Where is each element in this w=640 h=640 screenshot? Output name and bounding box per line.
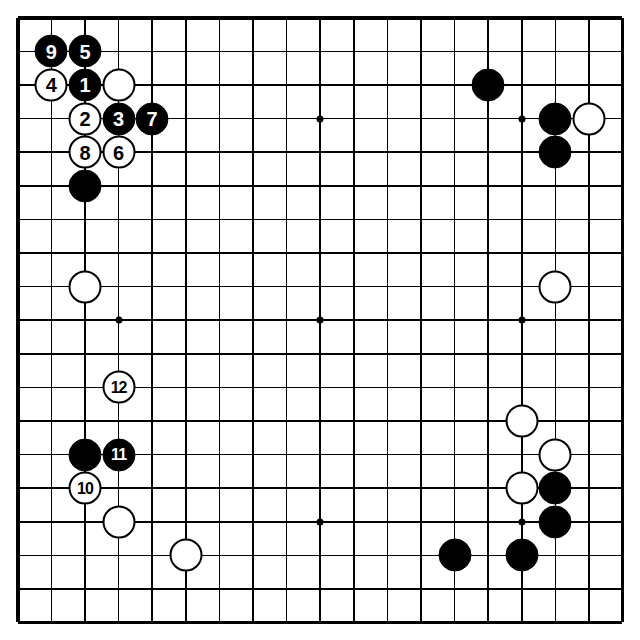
intersection	[572, 270, 606, 304]
intersection	[236, 102, 270, 136]
intersection: 9	[35, 35, 69, 69]
intersection	[35, 572, 69, 606]
intersection	[1, 270, 35, 304]
intersection	[169, 35, 203, 69]
intersection	[572, 203, 606, 237]
star-point	[518, 518, 525, 525]
intersection	[135, 236, 169, 270]
intersection	[203, 270, 237, 304]
intersection	[539, 572, 573, 606]
intersection	[606, 606, 640, 640]
intersection	[169, 404, 203, 438]
intersection	[572, 135, 606, 169]
star-point	[518, 115, 525, 122]
intersection	[371, 203, 405, 237]
intersection	[404, 169, 438, 203]
intersection	[606, 236, 640, 270]
intersection	[505, 68, 539, 102]
intersection	[438, 203, 472, 237]
intersection	[303, 270, 337, 304]
intersection	[371, 68, 405, 102]
intersection	[270, 203, 304, 237]
intersection	[572, 539, 606, 573]
intersection	[102, 169, 136, 203]
intersection	[303, 1, 337, 35]
intersection	[572, 35, 606, 69]
intersection	[371, 505, 405, 539]
intersection	[371, 371, 405, 405]
intersection	[102, 35, 136, 69]
intersection: 6	[102, 135, 136, 169]
intersection	[203, 471, 237, 505]
intersection	[371, 438, 405, 472]
intersection	[471, 102, 505, 136]
intersection	[572, 404, 606, 438]
intersection	[371, 337, 405, 371]
intersection	[337, 303, 371, 337]
intersection	[68, 1, 102, 35]
intersection	[337, 438, 371, 472]
intersection	[438, 35, 472, 69]
intersection	[337, 505, 371, 539]
intersection	[539, 438, 573, 472]
intersection	[505, 169, 539, 203]
intersection	[471, 135, 505, 169]
intersection	[169, 68, 203, 102]
intersection	[203, 539, 237, 573]
intersection	[203, 135, 237, 169]
intersection	[539, 539, 573, 573]
intersection	[404, 505, 438, 539]
intersection	[1, 203, 35, 237]
move-number: 4	[46, 75, 57, 95]
intersection	[471, 404, 505, 438]
black-stone-move-9: 9	[35, 35, 68, 68]
black-stone	[472, 68, 505, 101]
white-stone-move-12: 12	[102, 371, 135, 404]
intersection	[68, 505, 102, 539]
intersection	[270, 337, 304, 371]
intersection	[606, 471, 640, 505]
intersection	[505, 270, 539, 304]
intersection	[169, 371, 203, 405]
intersection	[438, 572, 472, 606]
move-number: 11	[111, 447, 126, 463]
intersection	[203, 438, 237, 472]
intersection	[404, 236, 438, 270]
intersection	[404, 438, 438, 472]
intersection	[270, 404, 304, 438]
intersection	[303, 337, 337, 371]
intersection	[404, 572, 438, 606]
white-stone-move-10: 10	[68, 472, 101, 505]
white-stone-move-4: 4	[35, 68, 68, 101]
star-point	[317, 518, 324, 525]
move-number: 6	[113, 142, 124, 162]
intersection	[35, 135, 69, 169]
intersection	[371, 539, 405, 573]
intersection	[35, 303, 69, 337]
intersection	[606, 505, 640, 539]
intersection	[404, 404, 438, 438]
intersection	[270, 135, 304, 169]
intersection	[102, 471, 136, 505]
intersection	[438, 68, 472, 102]
intersection	[1, 371, 35, 405]
intersection	[404, 303, 438, 337]
star-point	[115, 317, 122, 324]
intersection	[303, 539, 337, 573]
intersection	[169, 236, 203, 270]
white-stone-move-8: 8	[68, 136, 101, 169]
intersection	[270, 539, 304, 573]
intersection	[438, 303, 472, 337]
intersection	[102, 337, 136, 371]
intersection	[337, 135, 371, 169]
intersection	[539, 236, 573, 270]
intersection	[606, 371, 640, 405]
intersection	[539, 203, 573, 237]
move-number: 5	[79, 41, 90, 61]
intersection	[438, 270, 472, 304]
intersection	[371, 270, 405, 304]
intersection	[572, 169, 606, 203]
intersection	[438, 539, 472, 573]
intersection	[606, 404, 640, 438]
black-stone-move-7: 7	[136, 102, 169, 135]
intersection	[371, 169, 405, 203]
intersection	[135, 203, 169, 237]
intersection	[135, 606, 169, 640]
intersection	[438, 1, 472, 35]
intersection	[337, 606, 371, 640]
intersection	[236, 169, 270, 203]
intersection	[572, 606, 606, 640]
intersection	[337, 539, 371, 573]
intersection	[1, 438, 35, 472]
intersection	[1, 135, 35, 169]
intersection	[404, 270, 438, 304]
intersection	[236, 68, 270, 102]
intersection	[169, 203, 203, 237]
intersection	[270, 371, 304, 405]
intersection	[539, 303, 573, 337]
intersection	[102, 505, 136, 539]
intersection	[371, 572, 405, 606]
intersection	[270, 1, 304, 35]
intersection	[539, 169, 573, 203]
intersection	[135, 337, 169, 371]
intersection	[203, 35, 237, 69]
intersection	[606, 135, 640, 169]
intersection	[606, 303, 640, 337]
intersection	[236, 337, 270, 371]
intersection	[438, 606, 472, 640]
intersection	[270, 438, 304, 472]
intersection	[236, 303, 270, 337]
white-stone	[169, 539, 202, 572]
intersection	[1, 404, 35, 438]
intersection	[572, 303, 606, 337]
intersection	[135, 371, 169, 405]
intersection	[169, 471, 203, 505]
intersection	[438, 438, 472, 472]
intersection	[35, 337, 69, 371]
intersection	[203, 1, 237, 35]
intersection	[539, 35, 573, 69]
white-stone	[68, 270, 101, 303]
intersection	[203, 236, 237, 270]
intersection	[471, 539, 505, 573]
intersection	[135, 438, 169, 472]
move-number: 3	[113, 109, 124, 129]
white-stone	[102, 505, 135, 538]
intersection	[505, 236, 539, 270]
intersection	[606, 169, 640, 203]
intersection	[102, 1, 136, 35]
intersection	[505, 505, 539, 539]
intersection	[539, 471, 573, 505]
intersection	[303, 505, 337, 539]
intersection	[236, 1, 270, 35]
intersection	[169, 102, 203, 136]
intersection	[539, 1, 573, 35]
intersection	[337, 1, 371, 35]
intersection	[438, 404, 472, 438]
intersection	[404, 68, 438, 102]
intersection	[68, 539, 102, 573]
star-point	[518, 317, 525, 324]
intersection	[203, 68, 237, 102]
intersection	[471, 572, 505, 606]
intersection	[606, 35, 640, 69]
intersection: 12	[102, 371, 136, 405]
intersection	[203, 169, 237, 203]
intersection	[606, 203, 640, 237]
intersection	[68, 303, 102, 337]
intersection	[371, 606, 405, 640]
intersection	[203, 606, 237, 640]
go-diagram-page: 954123786121110	[0, 0, 640, 640]
intersection	[404, 35, 438, 69]
intersection	[606, 438, 640, 472]
intersection	[371, 1, 405, 35]
intersection	[1, 236, 35, 270]
intersection	[303, 303, 337, 337]
intersection	[505, 303, 539, 337]
intersection	[270, 35, 304, 69]
intersection	[135, 404, 169, 438]
intersection	[169, 539, 203, 573]
intersection	[35, 371, 69, 405]
star-point	[317, 317, 324, 324]
intersection	[68, 371, 102, 405]
intersection	[35, 270, 69, 304]
intersection	[303, 236, 337, 270]
intersection	[303, 102, 337, 136]
intersection	[471, 68, 505, 102]
intersection	[471, 471, 505, 505]
black-stone-move-5: 5	[68, 35, 101, 68]
intersection	[1, 572, 35, 606]
white-stone	[505, 472, 538, 505]
intersection	[337, 371, 371, 405]
intersection	[337, 102, 371, 136]
intersection	[68, 606, 102, 640]
intersection	[471, 35, 505, 69]
intersection	[606, 539, 640, 573]
white-stone	[505, 404, 538, 437]
intersection	[35, 1, 69, 35]
intersection	[303, 471, 337, 505]
move-number: 7	[147, 109, 158, 129]
black-stone	[539, 472, 572, 505]
intersection	[203, 303, 237, 337]
intersection	[438, 236, 472, 270]
intersection	[236, 236, 270, 270]
intersection	[135, 35, 169, 69]
move-number: 1	[79, 75, 90, 95]
intersection: 11	[102, 438, 136, 472]
intersection	[1, 471, 35, 505]
intersection	[337, 471, 371, 505]
intersection	[505, 337, 539, 371]
intersection	[35, 606, 69, 640]
intersection	[102, 68, 136, 102]
intersection	[539, 371, 573, 405]
intersection	[371, 404, 405, 438]
intersection	[505, 539, 539, 573]
intersection	[236, 572, 270, 606]
intersection	[35, 471, 69, 505]
intersection	[35, 404, 69, 438]
intersection	[606, 337, 640, 371]
intersection	[203, 102, 237, 136]
intersection	[135, 539, 169, 573]
black-stone	[505, 539, 538, 572]
intersection	[438, 135, 472, 169]
intersection	[572, 572, 606, 606]
white-stone-move-6: 6	[102, 136, 135, 169]
intersection	[606, 572, 640, 606]
intersection	[572, 505, 606, 539]
intersection	[539, 606, 573, 640]
intersection	[505, 471, 539, 505]
intersection	[1, 68, 35, 102]
intersection	[572, 1, 606, 35]
intersection	[337, 203, 371, 237]
intersection	[68, 203, 102, 237]
intersection	[270, 572, 304, 606]
intersection	[438, 102, 472, 136]
intersection	[337, 404, 371, 438]
intersection	[135, 169, 169, 203]
intersection	[337, 35, 371, 69]
intersection	[1, 606, 35, 640]
intersection	[303, 203, 337, 237]
intersection	[236, 606, 270, 640]
intersection	[371, 236, 405, 270]
intersection	[236, 438, 270, 472]
intersection	[471, 270, 505, 304]
intersection	[135, 270, 169, 304]
intersection	[404, 203, 438, 237]
intersection	[102, 203, 136, 237]
intersection	[539, 337, 573, 371]
intersection: 7	[135, 102, 169, 136]
intersection	[35, 438, 69, 472]
intersection	[270, 606, 304, 640]
intersection	[236, 471, 270, 505]
intersection: 3	[102, 102, 136, 136]
intersection: 5	[68, 35, 102, 69]
intersection	[135, 471, 169, 505]
intersection	[471, 169, 505, 203]
intersection	[236, 539, 270, 573]
intersection	[270, 68, 304, 102]
intersection	[606, 68, 640, 102]
intersection: 4	[35, 68, 69, 102]
intersection	[371, 35, 405, 69]
intersection	[303, 438, 337, 472]
intersection	[337, 236, 371, 270]
intersection	[404, 337, 438, 371]
intersection	[606, 1, 640, 35]
intersection	[337, 337, 371, 371]
intersection	[169, 606, 203, 640]
intersection	[303, 68, 337, 102]
intersection	[68, 236, 102, 270]
intersection	[135, 303, 169, 337]
intersection	[371, 471, 405, 505]
white-stone	[572, 102, 605, 135]
intersection	[1, 102, 35, 136]
intersection	[102, 606, 136, 640]
intersection	[539, 270, 573, 304]
intersection	[303, 404, 337, 438]
intersection	[303, 371, 337, 405]
intersection: 10	[68, 471, 102, 505]
intersection	[236, 505, 270, 539]
intersection	[303, 135, 337, 169]
intersection	[203, 572, 237, 606]
intersection	[1, 337, 35, 371]
intersection	[337, 68, 371, 102]
intersection	[438, 169, 472, 203]
intersection	[539, 102, 573, 136]
intersection	[102, 303, 136, 337]
intersection	[68, 337, 102, 371]
intersection	[438, 471, 472, 505]
intersection	[169, 1, 203, 35]
intersection	[169, 135, 203, 169]
intersection	[236, 371, 270, 405]
intersection	[270, 505, 304, 539]
intersection	[169, 270, 203, 304]
intersection	[303, 572, 337, 606]
intersection	[539, 404, 573, 438]
intersection	[404, 102, 438, 136]
intersection	[471, 1, 505, 35]
move-number: 2	[79, 109, 90, 129]
intersection	[471, 337, 505, 371]
intersection	[270, 102, 304, 136]
intersection	[35, 539, 69, 573]
move-number: 9	[46, 41, 57, 61]
intersection	[539, 68, 573, 102]
intersection	[303, 606, 337, 640]
intersection	[236, 203, 270, 237]
